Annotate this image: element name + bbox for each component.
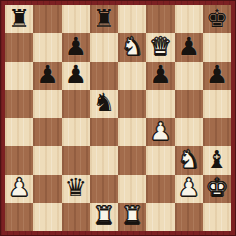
- square-e6[interactable]: [118, 62, 146, 90]
- chess-board: ♜♜♚♟♞♛♟♟♟♟♟♞♟♞♝♟♛♟♚♜♜: [5, 5, 231, 231]
- square-c5[interactable]: [62, 90, 90, 118]
- square-a5[interactable]: [5, 90, 33, 118]
- square-a2[interactable]: ♟: [5, 175, 33, 203]
- square-c4[interactable]: [62, 118, 90, 146]
- square-a1[interactable]: [5, 203, 33, 231]
- piece-black-pawn[interactable]: ♟: [36, 62, 58, 87]
- piece-white-king[interactable]: ♚: [206, 175, 228, 200]
- square-g2[interactable]: ♟: [175, 175, 203, 203]
- square-c3[interactable]: [62, 146, 90, 174]
- square-e1[interactable]: ♜: [118, 203, 146, 231]
- square-h3[interactable]: ♝: [203, 146, 231, 174]
- piece-white-knight[interactable]: ♞: [177, 147, 199, 172]
- square-c2[interactable]: ♛: [62, 175, 90, 203]
- square-a6[interactable]: [5, 62, 33, 90]
- square-g5[interactable]: [175, 90, 203, 118]
- piece-black-king[interactable]: ♚: [206, 6, 228, 31]
- piece-white-pawn[interactable]: ♟: [149, 119, 171, 144]
- piece-white-pawn[interactable]: ♟: [177, 175, 199, 200]
- chess-board-frame: ♜♜♚♟♞♛♟♟♟♟♟♞♟♞♝♟♛♟♚♜♜: [0, 0, 236, 236]
- square-c7[interactable]: ♟: [62, 33, 90, 61]
- square-d7[interactable]: [90, 33, 118, 61]
- square-b2[interactable]: [33, 175, 61, 203]
- square-b3[interactable]: [33, 146, 61, 174]
- square-d1[interactable]: ♜: [90, 203, 118, 231]
- square-f5[interactable]: [146, 90, 174, 118]
- piece-black-rook[interactable]: ♜: [8, 6, 30, 31]
- square-b8[interactable]: [33, 5, 61, 33]
- piece-black-pawn[interactable]: ♟: [149, 62, 171, 87]
- square-g7[interactable]: ♟: [175, 33, 203, 61]
- square-h2[interactable]: ♚: [203, 175, 231, 203]
- square-f7[interactable]: ♛: [146, 33, 174, 61]
- square-c8[interactable]: [62, 5, 90, 33]
- square-d2[interactable]: [90, 175, 118, 203]
- square-h6[interactable]: ♟: [203, 62, 231, 90]
- square-c1[interactable]: [62, 203, 90, 231]
- square-f6[interactable]: ♟: [146, 62, 174, 90]
- square-h8[interactable]: ♚: [203, 5, 231, 33]
- square-d5[interactable]: ♞: [90, 90, 118, 118]
- square-c6[interactable]: ♟: [62, 62, 90, 90]
- square-e3[interactable]: [118, 146, 146, 174]
- piece-black-bishop[interactable]: ♝: [206, 147, 228, 172]
- square-b6[interactable]: ♟: [33, 62, 61, 90]
- square-a4[interactable]: [5, 118, 33, 146]
- square-e4[interactable]: [118, 118, 146, 146]
- square-h7[interactable]: [203, 33, 231, 61]
- piece-white-queen[interactable]: ♛: [149, 34, 171, 59]
- square-b4[interactable]: [33, 118, 61, 146]
- square-g6[interactable]: [175, 62, 203, 90]
- square-f4[interactable]: ♟: [146, 118, 174, 146]
- square-g1[interactable]: [175, 203, 203, 231]
- square-h5[interactable]: [203, 90, 231, 118]
- square-e2[interactable]: [118, 175, 146, 203]
- square-d4[interactable]: [90, 118, 118, 146]
- piece-black-pawn[interactable]: ♟: [206, 62, 228, 87]
- square-a7[interactable]: [5, 33, 33, 61]
- square-d8[interactable]: ♜: [90, 5, 118, 33]
- piece-black-queen[interactable]: ♛: [64, 175, 86, 200]
- square-f2[interactable]: [146, 175, 174, 203]
- piece-black-pawn[interactable]: ♟: [64, 62, 86, 87]
- square-h4[interactable]: [203, 118, 231, 146]
- piece-white-rook[interactable]: ♜: [93, 203, 115, 228]
- square-e7[interactable]: ♞: [118, 33, 146, 61]
- piece-black-rook[interactable]: ♜: [93, 6, 115, 31]
- square-g3[interactable]: ♞: [175, 146, 203, 174]
- piece-black-pawn[interactable]: ♟: [64, 34, 86, 59]
- square-f3[interactable]: [146, 146, 174, 174]
- square-a8[interactable]: ♜: [5, 5, 33, 33]
- square-d6[interactable]: [90, 62, 118, 90]
- piece-white-knight[interactable]: ♞: [121, 34, 143, 59]
- square-g8[interactable]: [175, 5, 203, 33]
- square-e5[interactable]: [118, 90, 146, 118]
- square-a3[interactable]: [5, 146, 33, 174]
- square-b7[interactable]: [33, 33, 61, 61]
- piece-white-pawn[interactable]: ♟: [8, 175, 30, 200]
- square-b1[interactable]: [33, 203, 61, 231]
- square-g4[interactable]: [175, 118, 203, 146]
- square-h1[interactable]: [203, 203, 231, 231]
- square-d3[interactable]: [90, 146, 118, 174]
- piece-black-pawn[interactable]: ♟: [177, 34, 199, 59]
- piece-black-knight[interactable]: ♞: [93, 90, 115, 115]
- square-f1[interactable]: [146, 203, 174, 231]
- square-b5[interactable]: [33, 90, 61, 118]
- square-e8[interactable]: [118, 5, 146, 33]
- square-f8[interactable]: [146, 5, 174, 33]
- piece-white-rook[interactable]: ♜: [121, 203, 143, 228]
